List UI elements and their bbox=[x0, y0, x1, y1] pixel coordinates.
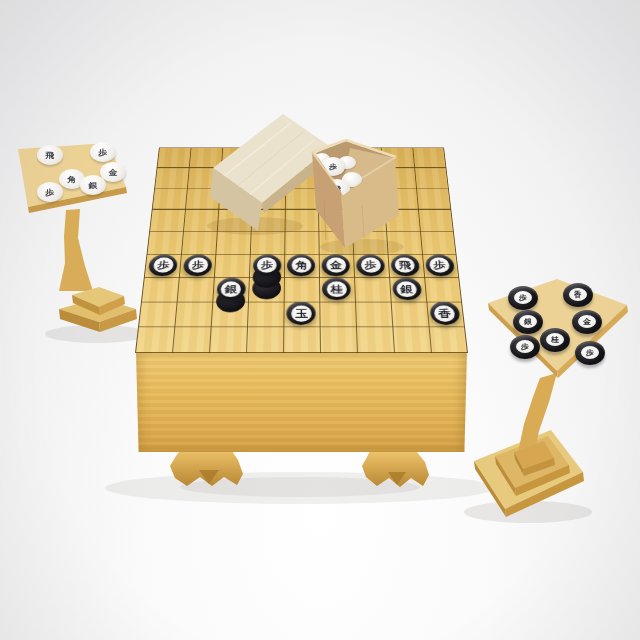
piece-kanji: 金 bbox=[109, 168, 118, 176]
piece-kanji: 銀 bbox=[89, 181, 98, 189]
piece-kanji: 飛 bbox=[46, 151, 55, 159]
piece-kanji: 歩 bbox=[519, 294, 527, 301]
disc-face: 歩 bbox=[581, 346, 599, 359]
captured-piece-black[interactable]: 歩 bbox=[510, 335, 540, 359]
disc-face: 金 bbox=[578, 315, 596, 328]
piece-kanji: 歩 bbox=[521, 343, 529, 350]
disc-face: 歩 bbox=[514, 291, 532, 304]
captured-piece-black[interactable]: 香 bbox=[563, 283, 593, 307]
stands-and-box-graphic bbox=[0, 0, 640, 640]
piece-kanji: 角 bbox=[68, 175, 77, 183]
piece-kanji: 銀 bbox=[524, 318, 532, 325]
disc-face: 香 bbox=[569, 288, 587, 301]
piece-kanji: 桂 bbox=[551, 336, 559, 343]
left-stand-column bbox=[59, 209, 93, 291]
disc-face: 歩 bbox=[516, 340, 534, 353]
captured-piece-white[interactable]: 歩 bbox=[37, 182, 63, 202]
disc-face: 銀 bbox=[519, 315, 537, 328]
captured-piece-black[interactable]: 銀 bbox=[513, 310, 543, 334]
piece-kanji: 歩 bbox=[329, 163, 337, 170]
piece-kanji: 歩 bbox=[99, 148, 108, 156]
piece-kanji: 金 bbox=[583, 318, 591, 325]
product-photo-shogi-set: 歩 歩 歩 角 金 歩 飛 歩 bbox=[0, 0, 640, 640]
captured-piece-white[interactable]: 銀 bbox=[80, 175, 106, 195]
piece-kanji: 香 bbox=[574, 291, 582, 298]
captured-piece-black[interactable]: 歩 bbox=[508, 286, 538, 310]
captured-piece-black[interactable]: 歩 bbox=[575, 341, 605, 365]
captured-piece-black[interactable]: 金 bbox=[572, 310, 602, 334]
captured-piece-white[interactable]: 歩 bbox=[90, 142, 116, 162]
disc-face: 桂 bbox=[546, 333, 564, 346]
captured-piece-white[interactable]: 飛 bbox=[37, 145, 63, 165]
piece-kanji: 歩 bbox=[586, 349, 594, 356]
piece-kanji: 歩 bbox=[46, 188, 55, 196]
captured-piece-black[interactable]: 桂 bbox=[540, 328, 570, 352]
